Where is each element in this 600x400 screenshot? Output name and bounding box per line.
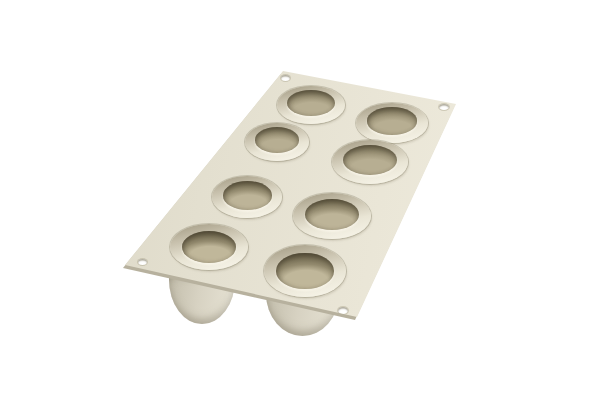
cavity-r2c2 — [332, 140, 408, 184]
cavity-opening — [223, 181, 272, 210]
cavity-opening — [182, 231, 237, 263]
cavity-r1c2 — [356, 103, 428, 143]
cavity-r3c1 — [212, 176, 282, 218]
cavity-opening — [287, 90, 335, 116]
corner-hole-top — [281, 75, 290, 81]
cavity-opening — [343, 145, 396, 175]
cavity-opening — [367, 107, 417, 134]
cavity-r4c1 — [170, 224, 248, 270]
mold-sheet — [0, 0, 600, 400]
corner-hole-left — [138, 259, 147, 265]
cavity-r4c2 — [264, 245, 346, 297]
cavity-r2c1 — [245, 123, 309, 161]
cavity-opening — [305, 199, 360, 230]
cavity-opening — [255, 127, 300, 153]
product-photo — [0, 0, 600, 400]
cavity-r3c2 — [293, 193, 371, 239]
cavity-r1c1 — [277, 86, 345, 124]
corner-hole-right — [439, 104, 449, 110]
corner-hole-bottom — [338, 307, 348, 314]
cavity-opening — [276, 253, 333, 289]
